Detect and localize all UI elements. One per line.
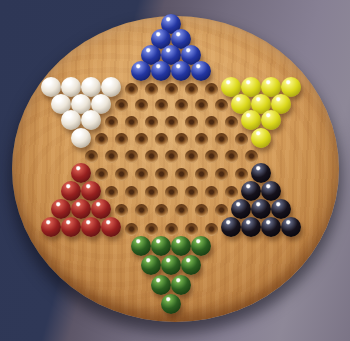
- table-backdrop: [0, 0, 350, 341]
- hole[interactable]: [145, 150, 158, 163]
- marble-red[interactable]: [71, 199, 91, 219]
- hole[interactable]: [225, 116, 238, 129]
- hole[interactable]: [215, 204, 228, 217]
- hole[interactable]: [205, 223, 218, 236]
- hole[interactable]: [245, 150, 258, 163]
- marble-white[interactable]: [81, 110, 101, 130]
- hole[interactable]: [95, 133, 108, 146]
- hole[interactable]: [145, 223, 158, 236]
- hole[interactable]: [125, 223, 138, 236]
- marble-blue[interactable]: [191, 61, 211, 81]
- hole[interactable]: [185, 223, 198, 236]
- hole[interactable]: [115, 133, 128, 146]
- hole[interactable]: [215, 168, 228, 181]
- marble-black[interactable]: [241, 181, 261, 201]
- hole[interactable]: [185, 83, 198, 96]
- hole[interactable]: [195, 168, 208, 181]
- marble-green[interactable]: [141, 255, 161, 275]
- hole[interactable]: [135, 99, 148, 112]
- marble-red[interactable]: [61, 181, 81, 201]
- marble-green[interactable]: [151, 236, 171, 256]
- marble-red[interactable]: [81, 181, 101, 201]
- marble-green[interactable]: [151, 275, 171, 295]
- marble-green[interactable]: [131, 236, 151, 256]
- hole[interactable]: [165, 186, 178, 199]
- hole[interactable]: [195, 204, 208, 217]
- marble-black[interactable]: [261, 181, 281, 201]
- hole[interactable]: [165, 223, 178, 236]
- marble-green[interactable]: [171, 275, 191, 295]
- hole[interactable]: [155, 204, 168, 217]
- hole[interactable]: [145, 186, 158, 199]
- hole[interactable]: [155, 168, 168, 181]
- marble-green[interactable]: [181, 255, 201, 275]
- hole[interactable]: [195, 99, 208, 112]
- hole[interactable]: [95, 168, 108, 181]
- hole[interactable]: [85, 150, 98, 163]
- hole[interactable]: [185, 186, 198, 199]
- hole[interactable]: [105, 116, 118, 129]
- marble-red[interactable]: [51, 199, 71, 219]
- hole[interactable]: [125, 186, 138, 199]
- hole[interactable]: [175, 168, 188, 181]
- marble-red[interactable]: [41, 217, 61, 237]
- hole[interactable]: [235, 133, 248, 146]
- hole[interactable]: [205, 186, 218, 199]
- hole[interactable]: [125, 116, 138, 129]
- hole[interactable]: [185, 150, 198, 163]
- marble-black[interactable]: [281, 217, 301, 237]
- hole[interactable]: [175, 99, 188, 112]
- chinese-checkers-board: [12, 16, 339, 322]
- hole[interactable]: [145, 116, 158, 129]
- marble-blue[interactable]: [171, 61, 191, 81]
- marble-red[interactable]: [61, 217, 81, 237]
- marble-green[interactable]: [191, 236, 211, 256]
- marble-red[interactable]: [71, 163, 91, 183]
- marble-yellow[interactable]: [251, 128, 271, 148]
- marble-green[interactable]: [161, 255, 181, 275]
- marble-black[interactable]: [251, 163, 271, 183]
- hole[interactable]: [205, 116, 218, 129]
- marble-red[interactable]: [101, 217, 121, 237]
- hole[interactable]: [175, 133, 188, 146]
- hole[interactable]: [155, 133, 168, 146]
- hole[interactable]: [225, 186, 238, 199]
- hole[interactable]: [105, 150, 118, 163]
- hole[interactable]: [165, 116, 178, 129]
- hole[interactable]: [215, 133, 228, 146]
- hole[interactable]: [175, 204, 188, 217]
- marble-blue[interactable]: [131, 61, 151, 81]
- hole[interactable]: [145, 83, 158, 96]
- hole[interactable]: [165, 150, 178, 163]
- hole[interactable]: [205, 83, 218, 96]
- marble-blue[interactable]: [151, 61, 171, 81]
- hole[interactable]: [105, 186, 118, 199]
- hole[interactable]: [205, 150, 218, 163]
- marble-black[interactable]: [261, 217, 281, 237]
- hole[interactable]: [135, 133, 148, 146]
- hole[interactable]: [125, 83, 138, 96]
- marble-black[interactable]: [221, 217, 241, 237]
- marble-black[interactable]: [231, 199, 251, 219]
- hole[interactable]: [195, 133, 208, 146]
- hole[interactable]: [155, 99, 168, 112]
- marble-black[interactable]: [251, 199, 271, 219]
- marble-red[interactable]: [81, 217, 101, 237]
- hole[interactable]: [115, 204, 128, 217]
- hole[interactable]: [115, 99, 128, 112]
- hole[interactable]: [165, 83, 178, 96]
- marble-black[interactable]: [271, 199, 291, 219]
- hole[interactable]: [235, 168, 248, 181]
- marble-green[interactable]: [161, 294, 181, 314]
- marble-white[interactable]: [71, 128, 91, 148]
- hole[interactable]: [225, 150, 238, 163]
- hole[interactable]: [135, 168, 148, 181]
- hole[interactable]: [115, 168, 128, 181]
- marble-red[interactable]: [91, 199, 111, 219]
- hole[interactable]: [135, 204, 148, 217]
- hole[interactable]: [185, 116, 198, 129]
- marble-black[interactable]: [241, 217, 261, 237]
- marble-green[interactable]: [171, 236, 191, 256]
- hole[interactable]: [125, 150, 138, 163]
- hole[interactable]: [215, 99, 228, 112]
- marble-yellow[interactable]: [261, 110, 281, 130]
